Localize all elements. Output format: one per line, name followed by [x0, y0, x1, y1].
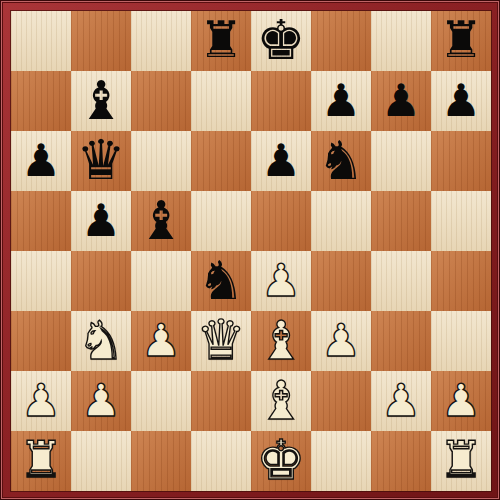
square-g8[interactable]: [371, 11, 431, 71]
square-h7[interactable]: ♟: [431, 71, 491, 131]
square-a6[interactable]: ♟: [11, 131, 71, 191]
square-b1[interactable]: [71, 431, 131, 491]
square-c6[interactable]: [131, 131, 191, 191]
square-e1[interactable]: ♚: [251, 431, 311, 491]
piece-black-pawn[interactable]: ♟: [81, 198, 121, 243]
piece-white-rook[interactable]: ♜: [19, 435, 64, 485]
square-g7[interactable]: ♟: [371, 71, 431, 131]
piece-black-pawn[interactable]: ♟: [441, 78, 481, 123]
square-h8[interactable]: ♜: [431, 11, 491, 71]
square-f8[interactable]: [311, 11, 371, 71]
square-b4[interactable]: [71, 251, 131, 311]
piece-white-queen[interactable]: ♛: [196, 313, 245, 368]
piece-white-pawn[interactable]: ♟: [381, 378, 421, 423]
square-h5[interactable]: [431, 191, 491, 251]
square-f5[interactable]: [311, 191, 371, 251]
square-e8[interactable]: ♚: [251, 11, 311, 71]
square-b3[interactable]: ♞: [71, 311, 131, 371]
piece-white-bishop[interactable]: ♝: [257, 374, 305, 427]
square-f6[interactable]: ♞: [311, 131, 371, 191]
piece-black-rook[interactable]: ♜: [439, 15, 484, 65]
square-h1[interactable]: ♜: [431, 431, 491, 491]
square-g4[interactable]: [371, 251, 431, 311]
piece-black-rook[interactable]: ♜: [199, 15, 244, 65]
square-f1[interactable]: [311, 431, 371, 491]
piece-white-pawn[interactable]: ♟: [321, 318, 361, 363]
square-g3[interactable]: [371, 311, 431, 371]
square-a2[interactable]: ♟: [11, 371, 71, 431]
piece-white-pawn[interactable]: ♟: [261, 258, 301, 303]
square-h4[interactable]: [431, 251, 491, 311]
piece-white-pawn[interactable]: ♟: [81, 378, 121, 423]
piece-white-pawn[interactable]: ♟: [21, 378, 61, 423]
piece-black-pawn[interactable]: ♟: [21, 138, 61, 183]
piece-white-pawn[interactable]: ♟: [141, 318, 181, 363]
piece-black-knight[interactable]: ♞: [317, 134, 365, 187]
board-frame: ♜♚♜♝♟♟♟♟♛♟♞♟♝♞♟♞♟♛♝♟♟♟♝♟♟♜♚♜: [0, 0, 500, 500]
square-g1[interactable]: [371, 431, 431, 491]
square-h3[interactable]: [431, 311, 491, 371]
piece-black-pawn[interactable]: ♟: [261, 138, 301, 183]
chess-board: ♜♚♜♝♟♟♟♟♛♟♞♟♝♞♟♞♟♛♝♟♟♟♝♟♟♜♚♜: [11, 11, 491, 491]
square-c5[interactable]: ♝: [131, 191, 191, 251]
square-d5[interactable]: [191, 191, 251, 251]
square-b5[interactable]: ♟: [71, 191, 131, 251]
square-g6[interactable]: [371, 131, 431, 191]
square-f4[interactable]: [311, 251, 371, 311]
piece-black-pawn[interactable]: ♟: [321, 78, 361, 123]
square-e3[interactable]: ♝: [251, 311, 311, 371]
square-f3[interactable]: ♟: [311, 311, 371, 371]
square-a5[interactable]: [11, 191, 71, 251]
square-d1[interactable]: [191, 431, 251, 491]
square-c2[interactable]: [131, 371, 191, 431]
square-e2[interactable]: ♝: [251, 371, 311, 431]
square-b2[interactable]: ♟: [71, 371, 131, 431]
square-a3[interactable]: [11, 311, 71, 371]
square-c4[interactable]: [131, 251, 191, 311]
square-e6[interactable]: ♟: [251, 131, 311, 191]
square-a8[interactable]: [11, 11, 71, 71]
square-a4[interactable]: [11, 251, 71, 311]
piece-black-pawn[interactable]: ♟: [381, 78, 421, 123]
square-h6[interactable]: [431, 131, 491, 191]
square-d3[interactable]: ♛: [191, 311, 251, 371]
square-e5[interactable]: [251, 191, 311, 251]
piece-black-bishop[interactable]: ♝: [137, 194, 185, 247]
piece-black-knight[interactable]: ♞: [197, 254, 245, 307]
square-g5[interactable]: [371, 191, 431, 251]
square-g2[interactable]: ♟: [371, 371, 431, 431]
square-d7[interactable]: [191, 71, 251, 131]
piece-black-king[interactable]: ♚: [256, 13, 305, 68]
square-e4[interactable]: ♟: [251, 251, 311, 311]
piece-white-knight[interactable]: ♞: [77, 314, 125, 367]
square-e7[interactable]: [251, 71, 311, 131]
square-d6[interactable]: [191, 131, 251, 191]
square-b6[interactable]: ♛: [71, 131, 131, 191]
square-c8[interactable]: [131, 11, 191, 71]
piece-white-king[interactable]: ♚: [256, 433, 305, 488]
square-d4[interactable]: ♞: [191, 251, 251, 311]
square-c1[interactable]: [131, 431, 191, 491]
piece-white-rook[interactable]: ♜: [439, 435, 484, 485]
square-f7[interactable]: ♟: [311, 71, 371, 131]
square-c7[interactable]: [131, 71, 191, 131]
square-d8[interactable]: ♜: [191, 11, 251, 71]
square-c3[interactable]: ♟: [131, 311, 191, 371]
square-b8[interactable]: [71, 11, 131, 71]
piece-black-queen[interactable]: ♛: [76, 133, 125, 188]
piece-black-bishop[interactable]: ♝: [77, 74, 125, 127]
piece-white-pawn[interactable]: ♟: [441, 378, 481, 423]
square-a1[interactable]: ♜: [11, 431, 71, 491]
square-f2[interactable]: [311, 371, 371, 431]
square-b7[interactable]: ♝: [71, 71, 131, 131]
square-h2[interactable]: ♟: [431, 371, 491, 431]
piece-white-bishop[interactable]: ♝: [257, 314, 305, 367]
square-d2[interactable]: [191, 371, 251, 431]
square-a7[interactable]: [11, 71, 71, 131]
